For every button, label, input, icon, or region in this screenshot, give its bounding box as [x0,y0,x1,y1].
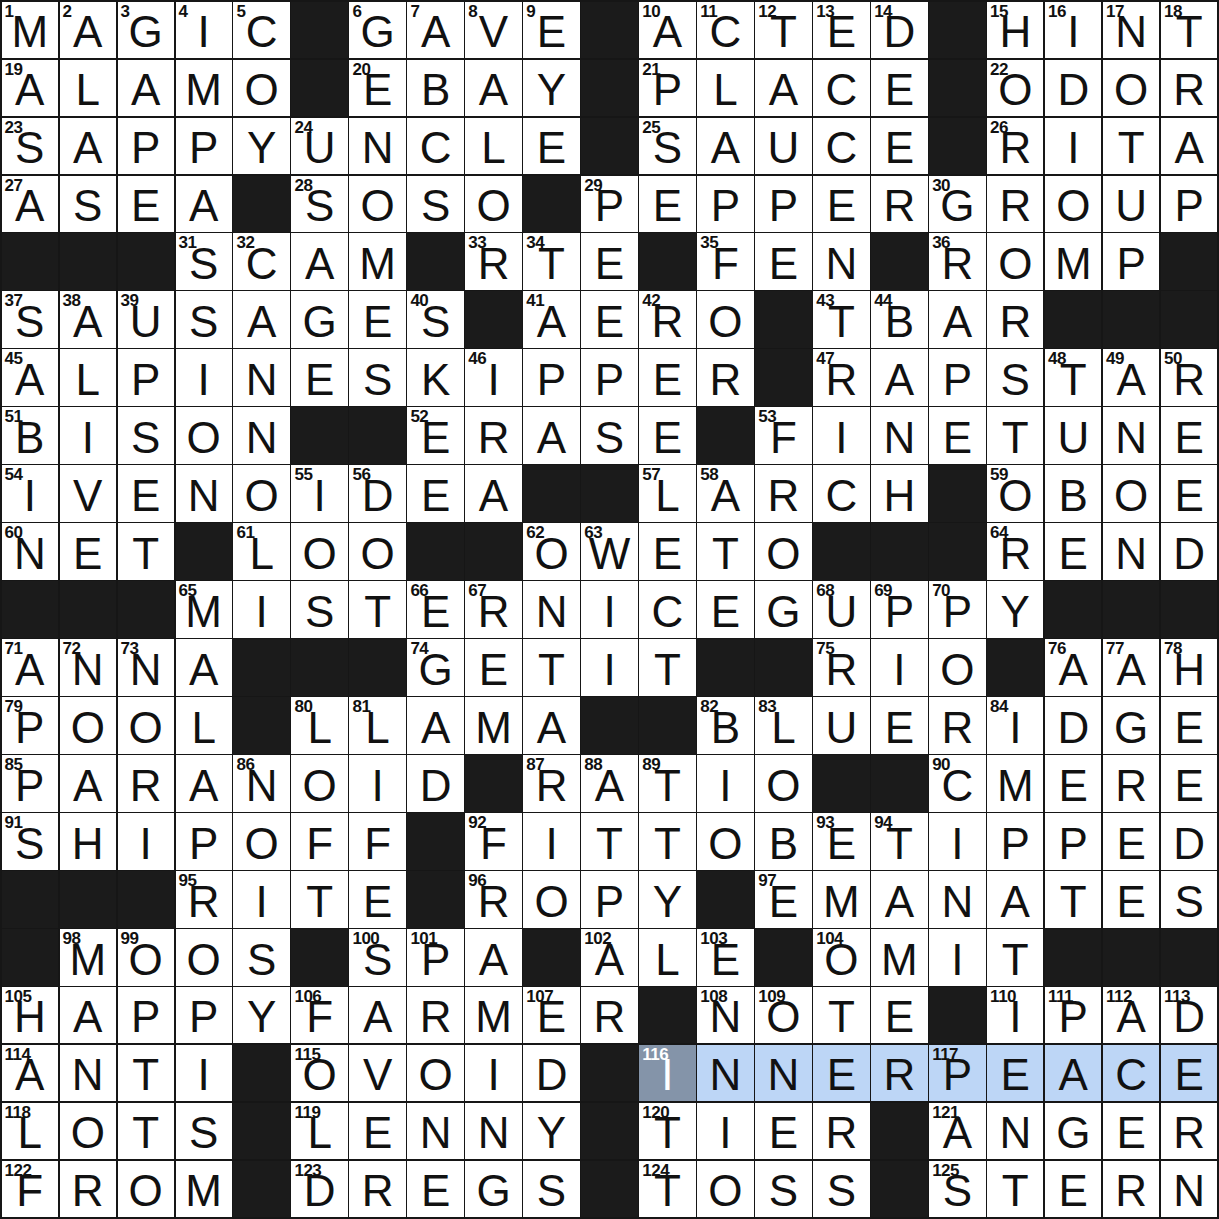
cell-r6c5[interactable]: A [233,291,289,347]
cell-r18c1[interactable]: 105H [2,987,58,1043]
cell-r10c21[interactable]: D [1161,523,1217,579]
cell-r6c4[interactable]: S [176,291,232,347]
cell-r9c18[interactable]: 59O [987,465,1043,521]
cell-r2c3[interactable]: A [118,60,174,116]
cell-r12c1[interactable]: 71A [2,639,58,695]
cell-r4c4[interactable]: A [176,176,232,232]
cell-r11c14[interactable]: G [755,581,811,637]
cell-r10c20[interactable]: N [1103,523,1159,579]
cell-r4c9[interactable]: O [465,176,521,232]
cell-r9c5[interactable]: O [233,465,289,521]
cell-r21c10[interactable]: S [523,1161,579,1217]
cell-r11c7[interactable]: T [349,581,405,637]
cell-r4c19[interactable]: O [1045,176,1101,232]
cell-r18c21[interactable]: 113D [1161,987,1217,1043]
cell-r14c2[interactable]: A [60,755,116,811]
cell-r15c9[interactable]: 92F [465,813,521,869]
cell-r12c3[interactable]: 73N [118,639,174,695]
cell-r21c18[interactable]: T [987,1161,1043,1217]
cell-r15c6[interactable]: F [291,813,347,869]
cell-r1c15[interactable]: 13E [813,2,869,58]
cell-r7c6[interactable]: E [291,349,347,405]
cell-r3c4[interactable]: P [176,118,232,174]
cell-r21c6[interactable]: 123D [291,1161,347,1217]
cell-r4c20[interactable]: U [1103,176,1159,232]
cell-r16c12[interactable]: Y [639,871,695,927]
cell-r20c8[interactable]: N [407,1103,463,1159]
cell-r1c16[interactable]: 14D [871,2,927,58]
cell-r7c15[interactable]: 47R [813,349,869,405]
cell-r4c6[interactable]: 28S [291,176,347,232]
cell-r2c16[interactable]: E [871,60,927,116]
cell-r18c11[interactable]: R [581,987,637,1043]
cell-r9c13[interactable]: 58A [697,465,753,521]
cell-r12c10[interactable]: T [523,639,579,695]
cell-r15c16[interactable]: 94T [871,813,927,869]
cell-r1c10[interactable]: 9E [523,2,579,58]
cell-r8c10[interactable]: A [523,407,579,463]
cell-r18c5[interactable]: Y [233,987,289,1043]
cell-r19c10[interactable]: D [523,1045,579,1101]
cell-r18c9[interactable]: M [465,987,521,1043]
cell-r7c2[interactable]: L [60,349,116,405]
cell-r10c2[interactable]: E [60,523,116,579]
cell-r7c12[interactable]: E [639,349,695,405]
cell-r14c13[interactable]: I [697,755,753,811]
cell-r12c15[interactable]: 75R [813,639,869,695]
cell-r4c17[interactable]: 30G [929,176,985,232]
cell-r14c21[interactable]: E [1161,755,1217,811]
cell-r19c21[interactable]: E [1161,1045,1217,1101]
cell-r20c2[interactable]: O [60,1103,116,1159]
cell-r13c2[interactable]: O [60,697,116,753]
cell-r11c9[interactable]: 67R [465,581,521,637]
cell-r13c15[interactable]: U [813,697,869,753]
cell-r16c19[interactable]: T [1045,871,1101,927]
cell-r17c4[interactable]: O [176,929,232,985]
cell-r1c2[interactable]: 2A [60,2,116,58]
cell-r21c3[interactable]: O [118,1161,174,1217]
cell-r2c13[interactable]: L [697,60,753,116]
cell-r1c14[interactable]: 12T [755,2,811,58]
cell-r2c20[interactable]: O [1103,60,1159,116]
cell-r14c5[interactable]: 86N [233,755,289,811]
cell-r16c9[interactable]: 96R [465,871,521,927]
cell-r7c18[interactable]: S [987,349,1043,405]
cell-r9c2[interactable]: V [60,465,116,521]
cell-r21c19[interactable]: E [1045,1161,1101,1217]
cell-r9c12[interactable]: 57L [639,465,695,521]
cell-r18c8[interactable]: R [407,987,463,1043]
cell-r8c12[interactable]: E [639,407,695,463]
cell-r7c4[interactable]: I [176,349,232,405]
cell-r19c17[interactable]: 117P [929,1045,985,1101]
cell-r13c19[interactable]: D [1045,697,1101,753]
cell-r15c17[interactable]: I [929,813,985,869]
cell-r3c8[interactable]: C [407,118,463,174]
cell-r20c14[interactable]: E [755,1103,811,1159]
cell-r9c3[interactable]: E [118,465,174,521]
cell-r17c5[interactable]: S [233,929,289,985]
cell-r13c9[interactable]: M [465,697,521,753]
cell-r13c10[interactable]: A [523,697,579,753]
cell-r14c19[interactable]: E [1045,755,1101,811]
cell-r18c7[interactable]: A [349,987,405,1043]
cell-r5c10[interactable]: 34T [523,233,579,289]
cell-r10c19[interactable]: E [1045,523,1101,579]
cell-r10c7[interactable]: O [349,523,405,579]
cell-r14c1[interactable]: 85P [2,755,58,811]
cell-r18c3[interactable]: P [118,987,174,1043]
cell-r7c1[interactable]: 45A [2,349,58,405]
cell-r1c1[interactable]: 1M [2,2,58,58]
cell-r4c18[interactable]: R [987,176,1043,232]
cell-r7c11[interactable]: P [581,349,637,405]
cell-r12c12[interactable]: T [639,639,695,695]
cell-r11c4[interactable]: 65M [176,581,232,637]
cell-r8c3[interactable]: S [118,407,174,463]
cell-r6c18[interactable]: R [987,291,1043,347]
cell-r1c4[interactable]: 4I [176,2,232,58]
cell-r13c21[interactable]: E [1161,697,1217,753]
cell-r2c12[interactable]: 21P [639,60,695,116]
cell-r6c2[interactable]: 38A [60,291,116,347]
cell-r1c5[interactable]: 5C [233,2,289,58]
cell-r11c18[interactable]: Y [987,581,1043,637]
cell-r4c8[interactable]: S [407,176,463,232]
cell-r18c19[interactable]: 111P [1045,987,1101,1043]
cell-r3c18[interactable]: 26R [987,118,1043,174]
cell-r1c18[interactable]: 15H [987,2,1043,58]
cell-r21c7[interactable]: R [349,1161,405,1217]
cell-r14c17[interactable]: 90C [929,755,985,811]
cell-r21c17[interactable]: 125S [929,1161,985,1217]
cell-r6c10[interactable]: 41A [523,291,579,347]
cell-r6c6[interactable]: G [291,291,347,347]
cell-r14c12[interactable]: 89T [639,755,695,811]
cell-r17c18[interactable]: T [987,929,1043,985]
cell-r11c6[interactable]: S [291,581,347,637]
cell-r16c5[interactable]: I [233,871,289,927]
cell-r20c1[interactable]: 118L [2,1103,58,1159]
cell-r3c5[interactable]: Y [233,118,289,174]
cell-r19c1[interactable]: 114A [2,1045,58,1101]
cell-r9c7[interactable]: 56D [349,465,405,521]
cell-r11c12[interactable]: C [639,581,695,637]
cell-r3c9[interactable]: L [465,118,521,174]
cell-r10c11[interactable]: 63W [581,523,637,579]
cell-r18c20[interactable]: 112A [1103,987,1159,1043]
cell-r18c6[interactable]: 106F [291,987,347,1043]
cell-r8c14[interactable]: 53F [755,407,811,463]
cell-r5c6[interactable]: A [291,233,347,289]
cell-r5c19[interactable]: M [1045,233,1101,289]
cell-r17c15[interactable]: 104O [813,929,869,985]
cell-r2c1[interactable]: 19A [2,60,58,116]
cell-r18c15[interactable]: T [813,987,869,1043]
cell-r9c1[interactable]: 54I [2,465,58,521]
cell-r7c17[interactable]: P [929,349,985,405]
cell-r14c10[interactable]: 87R [523,755,579,811]
cell-r15c20[interactable]: E [1103,813,1159,869]
cell-r2c14[interactable]: A [755,60,811,116]
cell-r12c4[interactable]: A [176,639,232,695]
cell-r3c2[interactable]: A [60,118,116,174]
cell-r20c3[interactable]: T [118,1103,174,1159]
cell-r1c3[interactable]: 3G [118,2,174,58]
cell-r5c4[interactable]: 31S [176,233,232,289]
cell-r17c13[interactable]: 103E [697,929,753,985]
cell-r9c6[interactable]: 55I [291,465,347,521]
cell-r19c2[interactable]: N [60,1045,116,1101]
cell-r16c18[interactable]: A [987,871,1043,927]
cell-r12c9[interactable]: E [465,639,521,695]
cell-r16c6[interactable]: T [291,871,347,927]
cell-r17c3[interactable]: 99O [118,929,174,985]
cell-r12c11[interactable]: I [581,639,637,695]
cell-r21c4[interactable]: M [176,1161,232,1217]
cell-r12c16[interactable]: I [871,639,927,695]
cell-r13c14[interactable]: 83L [755,697,811,753]
cell-r15c1[interactable]: 91S [2,813,58,869]
cell-r7c21[interactable]: 50R [1161,349,1217,405]
cell-r15c12[interactable]: T [639,813,695,869]
cell-r8c1[interactable]: 51B [2,407,58,463]
cell-r3c1[interactable]: 23S [2,118,58,174]
cell-r16c14[interactable]: 97E [755,871,811,927]
cell-r13c17[interactable]: R [929,697,985,753]
cell-r17c9[interactable]: A [465,929,521,985]
cell-r6c1[interactable]: 37S [2,291,58,347]
cell-r7c19[interactable]: 48T [1045,349,1101,405]
cell-r18c14[interactable]: 109O [755,987,811,1043]
cell-r20c12[interactable]: 120T [639,1103,695,1159]
cell-r5c13[interactable]: 35F [697,233,753,289]
cell-r2c19[interactable]: D [1045,60,1101,116]
cell-r21c9[interactable]: G [465,1161,521,1217]
cell-r16c15[interactable]: M [813,871,869,927]
cell-r9c4[interactable]: N [176,465,232,521]
cell-r9c20[interactable]: O [1103,465,1159,521]
cell-r3c21[interactable]: A [1161,118,1217,174]
cell-r4c15[interactable]: E [813,176,869,232]
cell-r11c8[interactable]: 66E [407,581,463,637]
cell-r1c9[interactable]: 8V [465,2,521,58]
cell-r20c9[interactable]: N [465,1103,521,1159]
cell-r1c13[interactable]: 11C [697,2,753,58]
cell-r4c21[interactable]: P [1161,176,1217,232]
cell-r7c16[interactable]: A [871,349,927,405]
cell-r14c8[interactable]: D [407,755,463,811]
cell-r12c8[interactable]: 74G [407,639,463,695]
cell-r4c16[interactable]: R [871,176,927,232]
cell-r13c3[interactable]: O [118,697,174,753]
cell-r17c8[interactable]: 101P [407,929,463,985]
cell-r8c19[interactable]: U [1045,407,1101,463]
cell-r15c18[interactable]: P [987,813,1043,869]
cell-r11c15[interactable]: 68U [813,581,869,637]
cell-r10c14[interactable]: O [755,523,811,579]
cell-r21c8[interactable]: E [407,1161,463,1217]
cell-r16c20[interactable]: E [1103,871,1159,927]
cell-r17c7[interactable]: 100S [349,929,405,985]
cell-r6c17[interactable]: A [929,291,985,347]
cell-r3c10[interactable]: E [523,118,579,174]
cell-r3c20[interactable]: T [1103,118,1159,174]
cell-r12c19[interactable]: 76A [1045,639,1101,695]
cell-r16c7[interactable]: E [349,871,405,927]
cell-r15c15[interactable]: 93E [813,813,869,869]
cell-r3c7[interactable]: N [349,118,405,174]
cell-r11c13[interactable]: E [697,581,753,637]
cell-r9c9[interactable]: A [465,465,521,521]
cell-r13c7[interactable]: 81L [349,697,405,753]
cell-r18c2[interactable]: A [60,987,116,1043]
cell-r6c3[interactable]: 39U [118,291,174,347]
cell-r8c17[interactable]: E [929,407,985,463]
cell-r16c21[interactable]: S [1161,871,1217,927]
cell-r2c18[interactable]: 22O [987,60,1043,116]
cell-r8c2[interactable]: I [60,407,116,463]
cell-r21c2[interactable]: R [60,1161,116,1217]
cell-r7c9[interactable]: 46I [465,349,521,405]
cell-r4c14[interactable]: P [755,176,811,232]
cell-r7c5[interactable]: N [233,349,289,405]
cell-r13c18[interactable]: 84I [987,697,1043,753]
cell-r4c1[interactable]: 27A [2,176,58,232]
cell-r13c4[interactable]: L [176,697,232,753]
cell-r3c19[interactable]: I [1045,118,1101,174]
cell-r14c3[interactable]: R [118,755,174,811]
cell-r13c16[interactable]: E [871,697,927,753]
cell-r13c1[interactable]: 79P [2,697,58,753]
cell-r15c5[interactable]: O [233,813,289,869]
cell-r19c4[interactable]: I [176,1045,232,1101]
cell-r5c9[interactable]: 33R [465,233,521,289]
cell-r9c8[interactable]: E [407,465,463,521]
cell-r19c19[interactable]: A [1045,1045,1101,1101]
cell-r20c7[interactable]: E [349,1103,405,1159]
cell-r2c10[interactable]: Y [523,60,579,116]
cell-r6c8[interactable]: 40S [407,291,463,347]
cell-r4c11[interactable]: 29P [581,176,637,232]
cell-r21c1[interactable]: 122F [2,1161,58,1217]
cell-r2c4[interactable]: M [176,60,232,116]
cell-r4c12[interactable]: E [639,176,695,232]
cell-r8c21[interactable]: E [1161,407,1217,463]
cell-r20c17[interactable]: 121A [929,1103,985,1159]
cell-r2c21[interactable]: R [1161,60,1217,116]
cell-r1c12[interactable]: 10A [639,2,695,58]
cell-r19c8[interactable]: O [407,1045,463,1101]
cell-r7c8[interactable]: K [407,349,463,405]
cell-r6c13[interactable]: O [697,291,753,347]
cell-r15c14[interactable]: B [755,813,811,869]
cell-r19c7[interactable]: V [349,1045,405,1101]
cell-r2c5[interactable]: O [233,60,289,116]
cell-r11c16[interactable]: 69P [871,581,927,637]
cell-r12c17[interactable]: O [929,639,985,695]
cell-r6c12[interactable]: 42R [639,291,695,347]
cell-r17c17[interactable]: I [929,929,985,985]
cell-r8c11[interactable]: S [581,407,637,463]
cell-r14c7[interactable]: I [349,755,405,811]
cell-r20c15[interactable]: R [813,1103,869,1159]
cell-r9c15[interactable]: C [813,465,869,521]
cell-r10c6[interactable]: O [291,523,347,579]
cell-r14c20[interactable]: R [1103,755,1159,811]
cell-r11c17[interactable]: 70P [929,581,985,637]
cell-r19c6[interactable]: 115O [291,1045,347,1101]
cell-r20c10[interactable]: Y [523,1103,579,1159]
cell-r1c19[interactable]: 16I [1045,2,1101,58]
cell-r9c14[interactable]: R [755,465,811,521]
cell-r18c13[interactable]: 108N [697,987,753,1043]
cell-r10c10[interactable]: 62O [523,523,579,579]
cell-r10c5[interactable]: 61L [233,523,289,579]
cell-r12c20[interactable]: 77A [1103,639,1159,695]
cell-r7c10[interactable]: P [523,349,579,405]
cell-r15c7[interactable]: F [349,813,405,869]
cell-r13c6[interactable]: 80L [291,697,347,753]
cell-r6c11[interactable]: E [581,291,637,347]
cell-r15c3[interactable]: I [118,813,174,869]
cell-r15c10[interactable]: I [523,813,579,869]
cell-r7c3[interactable]: P [118,349,174,405]
cell-r19c12[interactable]: 116I [639,1045,695,1101]
cell-r20c18[interactable]: N [987,1103,1043,1159]
cell-r21c13[interactable]: O [697,1161,753,1217]
cell-r18c16[interactable]: E [871,987,927,1043]
cell-r20c19[interactable]: G [1045,1103,1101,1159]
cell-r19c15[interactable]: E [813,1045,869,1101]
cell-r16c4[interactable]: 95R [176,871,232,927]
cell-r14c14[interactable]: O [755,755,811,811]
cell-r3c12[interactable]: 25S [639,118,695,174]
cell-r1c7[interactable]: 6G [349,2,405,58]
cell-r16c17[interactable]: N [929,871,985,927]
cell-r8c9[interactable]: R [465,407,521,463]
cell-r17c2[interactable]: 98M [60,929,116,985]
cell-r17c11[interactable]: 102A [581,929,637,985]
cell-r3c14[interactable]: U [755,118,811,174]
cell-r9c21[interactable]: E [1161,465,1217,521]
cell-r3c3[interactable]: P [118,118,174,174]
cell-r12c21[interactable]: 78H [1161,639,1217,695]
cell-r14c11[interactable]: 88A [581,755,637,811]
cell-r14c6[interactable]: O [291,755,347,811]
cell-r19c20[interactable]: C [1103,1045,1159,1101]
cell-r7c20[interactable]: 49A [1103,349,1159,405]
cell-r4c2[interactable]: S [60,176,116,232]
cell-r2c8[interactable]: B [407,60,463,116]
cell-r13c8[interactable]: A [407,697,463,753]
cell-r18c18[interactable]: 110I [987,987,1043,1043]
cell-r10c12[interactable]: E [639,523,695,579]
cell-r19c9[interactable]: I [465,1045,521,1101]
cell-r3c13[interactable]: A [697,118,753,174]
cell-r2c7[interactable]: 20E [349,60,405,116]
cell-r8c5[interactable]: N [233,407,289,463]
cell-r1c21[interactable]: 18T [1161,2,1217,58]
cell-r5c14[interactable]: E [755,233,811,289]
cell-r10c3[interactable]: T [118,523,174,579]
cell-r19c3[interactable]: T [118,1045,174,1101]
cell-r21c14[interactable]: S [755,1161,811,1217]
cell-r19c13[interactable]: N [697,1045,753,1101]
cell-r21c15[interactable]: S [813,1161,869,1217]
cell-r5c17[interactable]: 36R [929,233,985,289]
